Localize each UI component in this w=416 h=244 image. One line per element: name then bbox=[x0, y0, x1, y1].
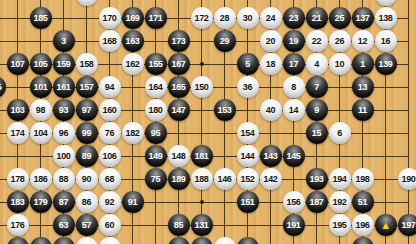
stone[interactable]: 151 bbox=[237, 191, 259, 213]
move-number: 88 bbox=[59, 168, 68, 190]
move-number: 139 bbox=[378, 53, 392, 75]
move-number: 153 bbox=[217, 99, 231, 121]
stone[interactable]: 107 bbox=[7, 53, 29, 75]
move-number: 181 bbox=[194, 145, 208, 167]
stone[interactable]: 169 bbox=[122, 7, 144, 29]
stone[interactable]: 93 bbox=[53, 99, 75, 121]
move-number: 159 bbox=[56, 53, 70, 75]
move-number: 196 bbox=[355, 214, 369, 236]
move-number: 87 bbox=[59, 191, 68, 213]
move-number: 29 bbox=[220, 30, 229, 52]
move-number: 6 bbox=[337, 122, 342, 144]
stone[interactable] bbox=[7, 237, 29, 244]
stone[interactable]: 23 bbox=[283, 7, 305, 29]
move-number: 40 bbox=[266, 99, 275, 121]
move-number: 94 bbox=[105, 76, 114, 98]
stone[interactable]: 10 bbox=[329, 53, 351, 75]
stone[interactable]: 4 bbox=[306, 53, 328, 75]
stone[interactable]: 40 bbox=[260, 99, 282, 121]
stone[interactable]: 28 bbox=[214, 7, 236, 29]
move-number: 170 bbox=[102, 7, 116, 29]
stone[interactable]: 63 bbox=[53, 214, 75, 236]
move-number: 3 bbox=[61, 30, 66, 52]
stone[interactable]: 178 bbox=[7, 168, 29, 190]
move-number: 197 bbox=[401, 214, 415, 236]
move-number: 60 bbox=[105, 214, 114, 236]
stone[interactable]: ▲ bbox=[375, 214, 397, 236]
move-number: 175 bbox=[0, 76, 2, 98]
stone[interactable]: 76 bbox=[99, 122, 121, 144]
stone[interactable]: 171 bbox=[145, 7, 167, 29]
stone[interactable]: 150 bbox=[191, 76, 213, 98]
move-number: 174 bbox=[10, 122, 24, 144]
move-number: 193 bbox=[309, 168, 323, 190]
move-number: 1 bbox=[360, 53, 365, 75]
move-number: 8 bbox=[291, 76, 296, 98]
stone[interactable]: 89 bbox=[76, 145, 98, 167]
stone[interactable]: 139 bbox=[375, 53, 397, 75]
stone[interactable]: 179 bbox=[30, 191, 52, 213]
move-number: 138 bbox=[378, 7, 392, 29]
stone[interactable]: 95 bbox=[145, 122, 167, 144]
stone[interactable]: 8 bbox=[283, 76, 305, 98]
move-number: 154 bbox=[240, 122, 254, 144]
stone[interactable]: 91 bbox=[122, 191, 144, 213]
move-number: 19 bbox=[289, 30, 298, 52]
move-number: 91 bbox=[128, 191, 137, 213]
stone[interactable] bbox=[30, 237, 52, 244]
stone[interactable]: 149 bbox=[145, 145, 167, 167]
stone[interactable]: 57 bbox=[76, 214, 98, 236]
stone[interactable]: 51 bbox=[352, 191, 374, 213]
stone[interactable]: 175 bbox=[0, 76, 6, 98]
move-number: 107 bbox=[10, 53, 24, 75]
stone[interactable]: 18 bbox=[260, 53, 282, 75]
move-number: 162 bbox=[125, 53, 139, 75]
stone[interactable]: 196 bbox=[352, 214, 374, 236]
stone[interactable]: 25 bbox=[329, 7, 351, 29]
move-number: 24 bbox=[266, 7, 275, 29]
move-number: 172 bbox=[194, 7, 208, 29]
stone[interactable]: 100 bbox=[53, 145, 75, 167]
stone[interactable] bbox=[352, 237, 374, 244]
move-number: 188 bbox=[194, 168, 208, 190]
stone[interactable]: 97 bbox=[76, 99, 98, 121]
move-number: 97 bbox=[82, 99, 91, 121]
stone[interactable]: 197 bbox=[398, 214, 416, 236]
stone[interactable]: 68 bbox=[99, 168, 121, 190]
stone[interactable]: 15 bbox=[306, 122, 328, 144]
last-move-triangle-marker: ▲ bbox=[375, 214, 397, 236]
stone[interactable]: 36 bbox=[237, 76, 259, 98]
stone[interactable] bbox=[375, 0, 397, 6]
stone[interactable]: 144 bbox=[237, 145, 259, 167]
move-number: 182 bbox=[125, 122, 139, 144]
move-number: 149 bbox=[148, 145, 162, 167]
stone[interactable]: 148 bbox=[168, 145, 190, 167]
move-number: 185 bbox=[33, 7, 47, 29]
move-number: 191 bbox=[286, 214, 300, 236]
stone[interactable] bbox=[237, 237, 259, 244]
move-number: 180 bbox=[148, 99, 162, 121]
stone[interactable]: 9 bbox=[306, 99, 328, 121]
move-number: 16 bbox=[381, 30, 390, 52]
stone[interactable]: 161 bbox=[53, 76, 75, 98]
move-number: 173 bbox=[171, 30, 185, 52]
move-number: 96 bbox=[59, 122, 68, 144]
stone[interactable]: 131 bbox=[191, 214, 213, 236]
stone[interactable]: 86 bbox=[76, 191, 98, 213]
move-number: 198 bbox=[355, 168, 369, 190]
move-number: 36 bbox=[243, 76, 252, 98]
move-number: 155 bbox=[148, 53, 162, 75]
move-number: 28 bbox=[220, 7, 229, 29]
move-number: 146 bbox=[217, 168, 231, 190]
stone[interactable]: 7 bbox=[306, 76, 328, 98]
move-number: 4 bbox=[314, 53, 319, 75]
stone[interactable]: 168 bbox=[99, 30, 121, 52]
move-number: 148 bbox=[171, 145, 185, 167]
stone[interactable]: 106 bbox=[99, 145, 121, 167]
hoshi-point bbox=[200, 200, 204, 204]
move-number: 195 bbox=[332, 214, 346, 236]
stone[interactable]: 142 bbox=[260, 168, 282, 190]
stone[interactable]: 163 bbox=[122, 30, 144, 52]
move-number: 63 bbox=[59, 214, 68, 236]
move-number: 21 bbox=[312, 7, 321, 29]
stone[interactable]: 96 bbox=[53, 122, 75, 144]
grid-line bbox=[201, 0, 202, 244]
move-number: 11 bbox=[358, 99, 367, 121]
move-number: 171 bbox=[148, 7, 162, 29]
move-number: 192 bbox=[332, 191, 346, 213]
stone[interactable]: 165 bbox=[168, 76, 190, 98]
move-number: 92 bbox=[105, 191, 114, 213]
move-number: 106 bbox=[102, 145, 116, 167]
move-number: 194 bbox=[332, 168, 346, 190]
stone[interactable]: 13 bbox=[352, 76, 374, 98]
move-number: 144 bbox=[240, 145, 254, 167]
move-number: 167 bbox=[171, 53, 185, 75]
move-number: 25 bbox=[335, 7, 344, 29]
stone[interactable]: 167 bbox=[168, 53, 190, 75]
move-number: 164 bbox=[148, 76, 162, 98]
move-number: 51 bbox=[358, 191, 367, 213]
move-number: 156 bbox=[286, 191, 300, 213]
move-number: 14 bbox=[289, 99, 298, 121]
stone[interactable]: 160 bbox=[99, 99, 121, 121]
move-number: 152 bbox=[240, 168, 254, 190]
stone[interactable]: 185 bbox=[30, 7, 52, 29]
stone[interactable] bbox=[53, 237, 75, 244]
stone[interactable]: 174 bbox=[7, 122, 29, 144]
stone[interactable]: 145 bbox=[283, 145, 305, 167]
stone[interactable]: 176 bbox=[7, 214, 29, 236]
stone[interactable]: 137 bbox=[352, 7, 374, 29]
move-number: 20 bbox=[266, 30, 275, 52]
stone[interactable] bbox=[214, 237, 236, 244]
move-number: 187 bbox=[309, 191, 323, 213]
move-number: 179 bbox=[33, 191, 47, 213]
stone[interactable]: 173 bbox=[168, 30, 190, 52]
stone[interactable]: 3 bbox=[53, 30, 75, 52]
move-number: 100 bbox=[56, 145, 70, 167]
stone[interactable]: 1 bbox=[352, 53, 374, 75]
move-number: 142 bbox=[263, 168, 277, 190]
stone[interactable]: 192 bbox=[329, 191, 351, 213]
move-number: 90 bbox=[82, 168, 91, 190]
move-number: 176 bbox=[10, 214, 24, 236]
move-number: 105 bbox=[33, 53, 47, 75]
move-number: 147 bbox=[171, 99, 185, 121]
stone[interactable]: 195 bbox=[329, 214, 351, 236]
move-number: 183 bbox=[10, 191, 24, 213]
stone[interactable]: 104 bbox=[30, 122, 52, 144]
stone[interactable]: 188 bbox=[191, 168, 213, 190]
stone[interactable]: 5 bbox=[237, 53, 259, 75]
stone[interactable]: 159 bbox=[53, 53, 75, 75]
move-number: 9 bbox=[314, 99, 319, 121]
move-number: 189 bbox=[171, 168, 185, 190]
move-number: 169 bbox=[125, 7, 139, 29]
move-number: 26 bbox=[335, 30, 344, 52]
stone[interactable]: 172 bbox=[191, 7, 213, 29]
stone[interactable]: 138 bbox=[375, 7, 397, 29]
stone[interactable] bbox=[191, 237, 213, 244]
move-number: 95 bbox=[151, 122, 160, 144]
stone[interactable]: 19 bbox=[283, 30, 305, 52]
stone[interactable]: 17 bbox=[283, 53, 305, 75]
stone[interactable]: 101 bbox=[30, 76, 52, 98]
move-number: 10 bbox=[335, 53, 344, 75]
move-number: 145 bbox=[286, 145, 300, 167]
stone[interactable]: 85 bbox=[168, 214, 190, 236]
stone[interactable]: 6 bbox=[329, 122, 351, 144]
move-number: 5 bbox=[245, 53, 250, 75]
stone[interactable]: 14 bbox=[283, 99, 305, 121]
stone[interactable]: 143 bbox=[260, 145, 282, 167]
stone[interactable]: 183 bbox=[7, 191, 29, 213]
stone[interactable]: 170 bbox=[99, 7, 121, 29]
stone[interactable]: 60 bbox=[99, 214, 121, 236]
stone[interactable]: 94 bbox=[99, 76, 121, 98]
stone[interactable]: 156 bbox=[283, 191, 305, 213]
move-number: 15 bbox=[312, 122, 321, 144]
move-number: 18 bbox=[266, 53, 275, 75]
stone[interactable]: 11 bbox=[352, 99, 374, 121]
hoshi-point bbox=[200, 62, 204, 66]
stone[interactable]: 29 bbox=[214, 30, 236, 52]
grid-line bbox=[408, 0, 409, 244]
stone[interactable]: 99 bbox=[76, 122, 98, 144]
stone[interactable]: 90 bbox=[76, 168, 98, 190]
stone[interactable]: 92 bbox=[99, 191, 121, 213]
stone[interactable]: 162 bbox=[122, 53, 144, 75]
move-number: 161 bbox=[56, 76, 70, 98]
stone[interactable]: 146 bbox=[214, 168, 236, 190]
move-number: 186 bbox=[33, 168, 47, 190]
move-number: 75 bbox=[151, 168, 160, 190]
move-number: 190 bbox=[401, 168, 415, 190]
move-number: 99 bbox=[82, 122, 91, 144]
move-number: 23 bbox=[289, 7, 298, 29]
stone[interactable]: 20 bbox=[260, 30, 282, 52]
move-number: 30 bbox=[243, 7, 252, 29]
move-number: 13 bbox=[358, 76, 367, 98]
move-number: 160 bbox=[102, 99, 116, 121]
move-number: 12 bbox=[358, 30, 367, 52]
move-number: 137 bbox=[355, 7, 369, 29]
stone[interactable]: 152 bbox=[237, 168, 259, 190]
stone[interactable]: 75 bbox=[145, 168, 167, 190]
stone[interactable]: 24 bbox=[260, 7, 282, 29]
stone[interactable]: 26 bbox=[329, 30, 351, 52]
stone[interactable]: 190 bbox=[398, 168, 416, 190]
stone[interactable]: 12 bbox=[352, 30, 374, 52]
stone[interactable]: 187 bbox=[306, 191, 328, 213]
stone[interactable]: 103 bbox=[7, 99, 29, 121]
move-number: 157 bbox=[79, 76, 93, 98]
stone[interactable]: 16 bbox=[375, 30, 397, 52]
move-number: 163 bbox=[125, 30, 139, 52]
move-number: 17 bbox=[289, 53, 298, 75]
move-number: 101 bbox=[33, 76, 47, 98]
move-number: 178 bbox=[10, 168, 24, 190]
move-number: 103 bbox=[10, 99, 24, 121]
stone[interactable]: 30 bbox=[237, 7, 259, 29]
move-number: 86 bbox=[82, 191, 91, 213]
move-number: 89 bbox=[82, 145, 91, 167]
stone[interactable]: 105 bbox=[30, 53, 52, 75]
move-number: 7 bbox=[314, 76, 319, 98]
stone[interactable]: 194 bbox=[329, 168, 351, 190]
move-number: 93 bbox=[59, 99, 68, 121]
stone[interactable]: 189 bbox=[168, 168, 190, 190]
stone[interactable]: 158 bbox=[76, 53, 98, 75]
move-number: 131 bbox=[194, 214, 208, 236]
move-number: 104 bbox=[33, 122, 47, 144]
stone[interactable]: 88 bbox=[53, 168, 75, 190]
move-number: 68 bbox=[105, 168, 114, 190]
move-number: 168 bbox=[102, 30, 116, 52]
stone[interactable]: 180 bbox=[145, 99, 167, 121]
stone[interactable] bbox=[99, 237, 121, 244]
move-number: 151 bbox=[240, 191, 254, 213]
move-number: 98 bbox=[36, 99, 45, 121]
move-number: 165 bbox=[171, 76, 185, 98]
stone[interactable]: 191 bbox=[283, 214, 305, 236]
stone[interactable]: 153 bbox=[214, 99, 236, 121]
move-number: 85 bbox=[174, 214, 183, 236]
move-number: 143 bbox=[263, 145, 277, 167]
stone[interactable]: 193 bbox=[306, 168, 328, 190]
go-board[interactable]: 1851701691711722830242321251371383168163… bbox=[0, 0, 416, 244]
stone[interactable]: 154 bbox=[237, 122, 259, 144]
stone[interactable]: 21 bbox=[306, 7, 328, 29]
stone[interactable]: 155 bbox=[145, 53, 167, 75]
stone[interactable] bbox=[168, 237, 190, 244]
stone[interactable]: 98 bbox=[30, 99, 52, 121]
stone[interactable] bbox=[76, 0, 98, 6]
stone[interactable]: 87 bbox=[53, 191, 75, 213]
stone[interactable]: 22 bbox=[306, 30, 328, 52]
stone[interactable]: 181 bbox=[191, 145, 213, 167]
move-number: 76 bbox=[105, 122, 114, 144]
stone[interactable]: 164 bbox=[145, 76, 167, 98]
stone[interactable]: 186 bbox=[30, 168, 52, 190]
move-number: 158 bbox=[79, 53, 93, 75]
stone[interactable]: 147 bbox=[168, 99, 190, 121]
stone[interactable]: 157 bbox=[76, 76, 98, 98]
move-number: 22 bbox=[312, 30, 321, 52]
move-number: 150 bbox=[194, 76, 208, 98]
move-number: 57 bbox=[82, 214, 91, 236]
stone[interactable]: 198 bbox=[352, 168, 374, 190]
stone[interactable]: 182 bbox=[122, 122, 144, 144]
stone[interactable] bbox=[76, 237, 98, 244]
